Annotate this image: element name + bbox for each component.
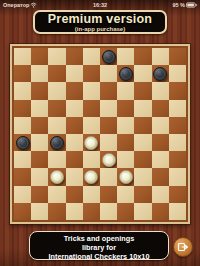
square-21[interactable] <box>31 117 48 134</box>
info-line-2: library for <box>30 243 168 252</box>
square-23[interactable] <box>100 117 117 134</box>
board-cell[interactable] <box>14 48 31 65</box>
premium-subtitle: (in-app purchase) <box>35 26 165 32</box>
board-cell[interactable] <box>14 117 31 134</box>
board-cell[interactable] <box>169 65 186 82</box>
square-33[interactable] <box>100 151 117 168</box>
board-cell[interactable] <box>31 203 48 220</box>
white-man[interactable] <box>84 170 98 184</box>
battery-icon <box>186 2 197 8</box>
board-cell[interactable] <box>169 203 186 220</box>
checkers-board <box>10 44 190 224</box>
board-cell[interactable] <box>48 151 65 168</box>
board-cell[interactable] <box>100 100 117 117</box>
square-29[interactable] <box>117 134 134 151</box>
board-cell[interactable] <box>48 48 65 65</box>
square-45[interactable] <box>169 186 186 203</box>
square-17[interactable] <box>48 100 65 117</box>
board-cell[interactable] <box>117 186 134 203</box>
square-7[interactable] <box>48 65 65 82</box>
info-banner: Tricks and openings library for Internat… <box>29 231 169 260</box>
square-35[interactable] <box>169 151 186 168</box>
board-cell[interactable] <box>100 203 117 220</box>
board-cell[interactable] <box>169 134 186 151</box>
board-cell[interactable] <box>66 134 83 151</box>
clock: 16:32 <box>0 2 200 8</box>
board-cell[interactable] <box>83 48 100 65</box>
square-15[interactable] <box>169 82 186 99</box>
board-cell[interactable] <box>31 134 48 151</box>
square-28[interactable] <box>83 134 100 151</box>
board-cell[interactable] <box>31 100 48 117</box>
export-icon <box>177 241 189 253</box>
black-man[interactable] <box>119 67 133 81</box>
board-cell[interactable] <box>14 151 31 168</box>
square-39[interactable] <box>117 168 134 185</box>
board-cell[interactable] <box>152 82 169 99</box>
board-cell[interactable] <box>83 117 100 134</box>
square-49[interactable] <box>117 203 134 220</box>
square-1[interactable] <box>31 48 48 65</box>
square-4[interactable] <box>134 48 151 65</box>
square-30[interactable] <box>152 134 169 151</box>
board-cell[interactable] <box>152 186 169 203</box>
square-2[interactable] <box>66 48 83 65</box>
board-cell[interactable] <box>169 168 186 185</box>
square-24[interactable] <box>134 117 151 134</box>
square-25[interactable] <box>169 117 186 134</box>
board-cell[interactable] <box>169 100 186 117</box>
board-cell[interactable] <box>66 100 83 117</box>
board-cell[interactable] <box>117 117 134 134</box>
board-cell[interactable] <box>134 203 151 220</box>
square-13[interactable] <box>100 82 117 99</box>
white-man[interactable] <box>102 153 116 167</box>
board-cell[interactable] <box>134 65 151 82</box>
square-36[interactable] <box>14 168 31 185</box>
info-line-1: Tricks and openings <box>30 234 168 243</box>
board-cell[interactable] <box>117 82 134 99</box>
black-man[interactable] <box>16 136 30 150</box>
square-38[interactable] <box>83 168 100 185</box>
status-bar: Оператор 16:32 95 % <box>0 0 200 9</box>
square-5[interactable] <box>169 48 186 65</box>
board-cell[interactable] <box>31 168 48 185</box>
square-47[interactable] <box>48 203 65 220</box>
square-42[interactable] <box>66 186 83 203</box>
battery-percent: 95 % <box>172 2 185 8</box>
square-37[interactable] <box>48 168 65 185</box>
premium-version-button[interactable]: Premium version (in-app purchase) <box>33 10 167 34</box>
premium-title: Premium version <box>35 13 165 26</box>
square-26[interactable] <box>14 134 31 151</box>
board-cell[interactable] <box>100 65 117 82</box>
board-cell[interactable] <box>100 168 117 185</box>
board-cell[interactable] <box>152 151 169 168</box>
black-man[interactable] <box>102 50 116 64</box>
square-27[interactable] <box>48 134 65 151</box>
board-cell[interactable] <box>117 151 134 168</box>
board-cell[interactable] <box>66 203 83 220</box>
board-cell[interactable] <box>134 134 151 151</box>
board-cell[interactable] <box>14 186 31 203</box>
square-44[interactable] <box>134 186 151 203</box>
board-cell[interactable] <box>134 168 151 185</box>
square-19[interactable] <box>117 100 134 117</box>
board-cell[interactable] <box>48 186 65 203</box>
board-cell[interactable] <box>152 117 169 134</box>
square-43[interactable] <box>100 186 117 203</box>
square-46[interactable] <box>14 203 31 220</box>
white-man[interactable] <box>119 170 133 184</box>
square-50[interactable] <box>152 203 169 220</box>
board-cell[interactable] <box>83 186 100 203</box>
export-button[interactable] <box>173 237 193 257</box>
black-man[interactable] <box>50 136 64 150</box>
board-cell[interactable] <box>66 65 83 82</box>
board-cell[interactable] <box>83 82 100 99</box>
board-cell[interactable] <box>117 48 134 65</box>
square-16[interactable] <box>14 100 31 117</box>
board-cell[interactable] <box>48 117 65 134</box>
square-6[interactable] <box>14 65 31 82</box>
square-41[interactable] <box>31 186 48 203</box>
square-31[interactable] <box>31 151 48 168</box>
square-40[interactable] <box>152 168 169 185</box>
board-cell[interactable] <box>31 65 48 82</box>
board-grid <box>14 48 186 220</box>
square-22[interactable] <box>66 117 83 134</box>
square-18[interactable] <box>83 100 100 117</box>
square-34[interactable] <box>134 151 151 168</box>
square-10[interactable] <box>152 65 169 82</box>
square-3[interactable] <box>100 48 117 65</box>
square-11[interactable] <box>31 82 48 99</box>
square-8[interactable] <box>83 65 100 82</box>
square-48[interactable] <box>83 203 100 220</box>
white-man[interactable] <box>84 136 98 150</box>
board-cell[interactable] <box>66 168 83 185</box>
square-12[interactable] <box>66 82 83 99</box>
white-man[interactable] <box>50 170 64 184</box>
board-cell[interactable] <box>134 100 151 117</box>
square-9[interactable] <box>117 65 134 82</box>
square-32[interactable] <box>66 151 83 168</box>
black-man[interactable] <box>153 67 167 81</box>
board-cell[interactable] <box>100 134 117 151</box>
info-line-3: International Checkers 10x10 <box>30 252 168 261</box>
board-cell[interactable] <box>14 82 31 99</box>
board-cell[interactable] <box>83 151 100 168</box>
square-20[interactable] <box>152 100 169 117</box>
board-cell[interactable] <box>48 82 65 99</box>
board-cell[interactable] <box>152 48 169 65</box>
app-screen: Оператор 16:32 95 % Premium version (in-… <box>0 0 200 266</box>
square-14[interactable] <box>134 82 151 99</box>
